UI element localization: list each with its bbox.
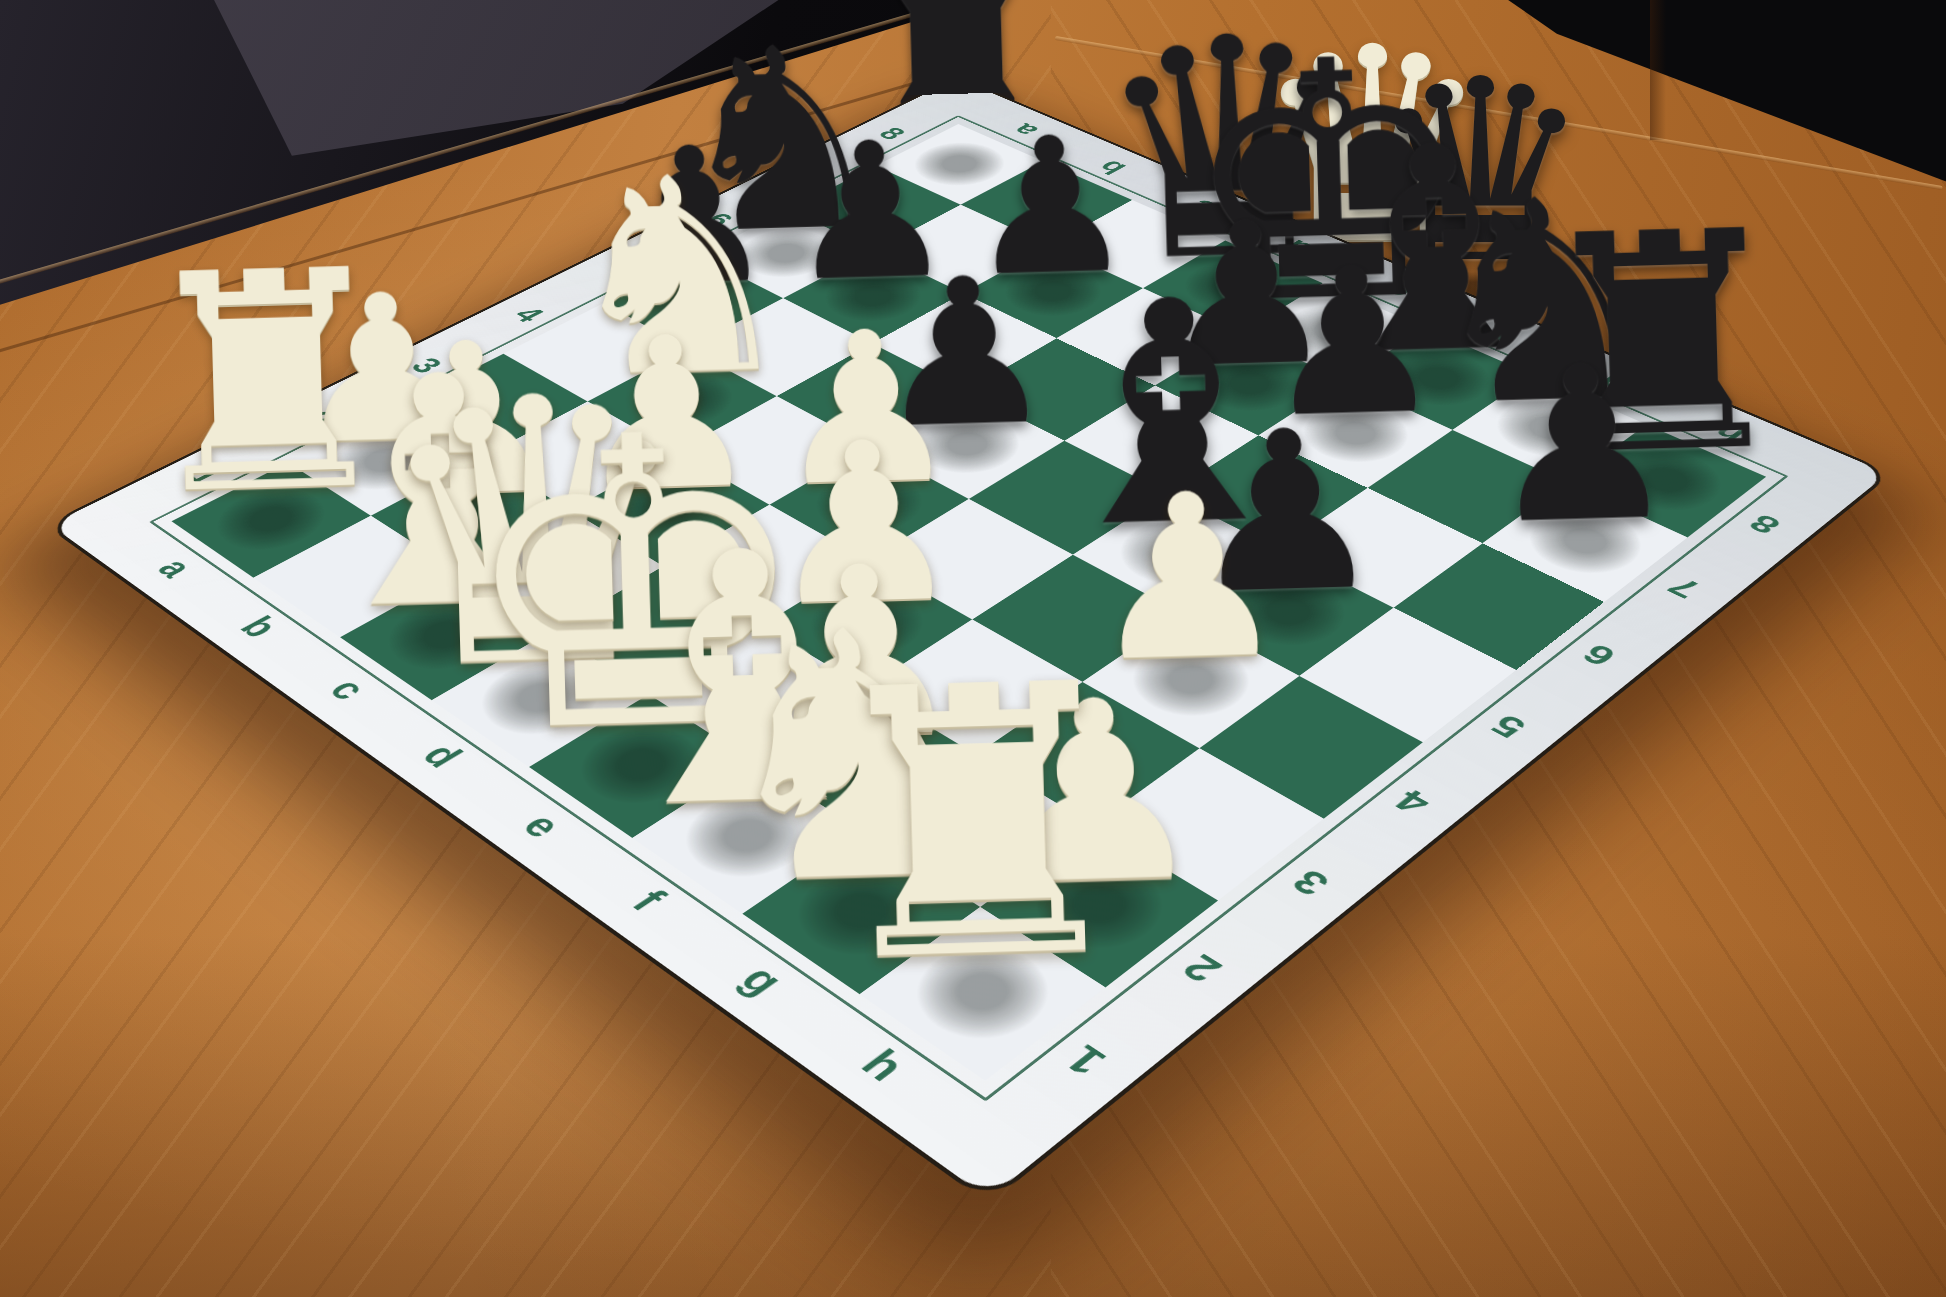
scene: 88aa77bb66cc55dd44ee33ff22gg11hh ♜♛♚♝♞♜♟… bbox=[0, 0, 1946, 1297]
chess-board: ♜♛♚♝♞♜♟♟♟♟♞♟♟♟♝♟♞♟♟♟♟♟♟♟♟♜♝♛♚♝♞♜ bbox=[172, 124, 1767, 1080]
rank-label-right-1: 1 bbox=[1055, 1036, 1118, 1083]
scene-rotation: 88aa77bb66cc55dd44ee33ff22gg11hh ♜♛♚♝♞♜♟… bbox=[0, 0, 1946, 1297]
rank-label-right-5: 5 bbox=[1483, 707, 1536, 743]
file-label-bottom-h: h bbox=[850, 1041, 916, 1089]
rank-label-right-6: 6 bbox=[1574, 637, 1625, 671]
rank-label-right-4: 4 bbox=[1386, 782, 1441, 820]
board-mat: 88aa77bb66cc55dd44ee33ff22gg11hh ♜♛♚♝♞♜♟… bbox=[50, 78, 1888, 1198]
white-rook-h1[interactable]: ♜ bbox=[714, 632, 1242, 1016]
rank-label-right-7: 7 bbox=[1660, 571, 1709, 603]
file-label-bottom-a: a bbox=[147, 552, 202, 583]
square-h1[interactable]: ♜ bbox=[860, 906, 1106, 1079]
